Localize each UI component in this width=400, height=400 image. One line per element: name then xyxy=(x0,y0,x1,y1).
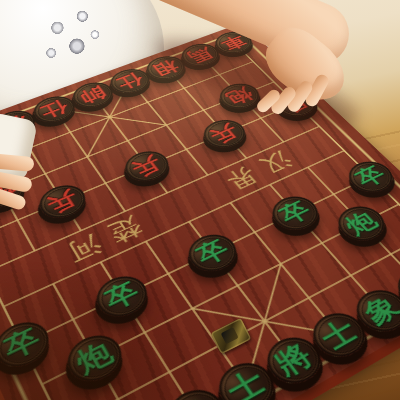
piece-green-advisor[interactable]: 士 xyxy=(303,305,375,365)
piece-green-elephant[interactable]: 象 xyxy=(159,381,235,400)
piece-glyph: 將 xyxy=(271,340,318,380)
piece-green-general[interactable]: 將 xyxy=(257,329,330,392)
piece-green-soldier[interactable]: 卒 xyxy=(340,156,400,198)
piece-glyph: 卒 xyxy=(192,237,233,269)
piece-green-elephant[interactable]: 象 xyxy=(347,283,400,340)
piece-glyph: 士 xyxy=(223,366,271,400)
piece-green-soldier[interactable]: 卒 xyxy=(0,314,56,375)
piece-glyph: 仕 xyxy=(38,98,71,121)
piece-glyph: 象 xyxy=(359,293,400,329)
piece-glyph: 卒 xyxy=(351,163,390,190)
piece-green-soldier[interactable]: 卒 xyxy=(180,228,245,278)
piece-red-soldier[interactable]: 兵 xyxy=(33,179,92,224)
piece-glyph: 卒 xyxy=(101,279,143,314)
piece-glyph: 卒 xyxy=(0,325,44,364)
piece-green-soldier[interactable]: 卒 xyxy=(89,269,156,324)
piece-green-advisor[interactable]: 士 xyxy=(209,354,284,400)
river-label-chu: 楚河 xyxy=(50,212,148,273)
piece-glyph: 帥 xyxy=(76,84,109,106)
piece-glyph: 象 xyxy=(172,393,220,400)
piece-glyph: 仕 xyxy=(114,71,147,92)
piece-red-soldier[interactable]: 兵 xyxy=(197,115,253,153)
piece-green-horse[interactable]: 馬 xyxy=(388,261,400,315)
piece-green-soldier[interactable]: 卒 xyxy=(264,190,327,236)
piece-glyph: 兵 xyxy=(207,122,243,146)
piece-red-soldier[interactable]: 兵 xyxy=(0,216,1,265)
piece-glyph: 兵 xyxy=(129,153,166,179)
piece-green-cannon[interactable]: 炮 xyxy=(329,200,393,247)
piece-green-cannon[interactable]: 炮 xyxy=(60,327,131,390)
piece-glyph: 卒 xyxy=(275,198,315,227)
piece-glyph: 炮 xyxy=(341,208,382,238)
piece-glyph: 炮 xyxy=(72,338,117,378)
piece-glyph: 兵 xyxy=(44,187,82,216)
piece-red-soldier[interactable]: 兵 xyxy=(118,146,176,187)
piece-glyph: 士 xyxy=(316,316,362,354)
